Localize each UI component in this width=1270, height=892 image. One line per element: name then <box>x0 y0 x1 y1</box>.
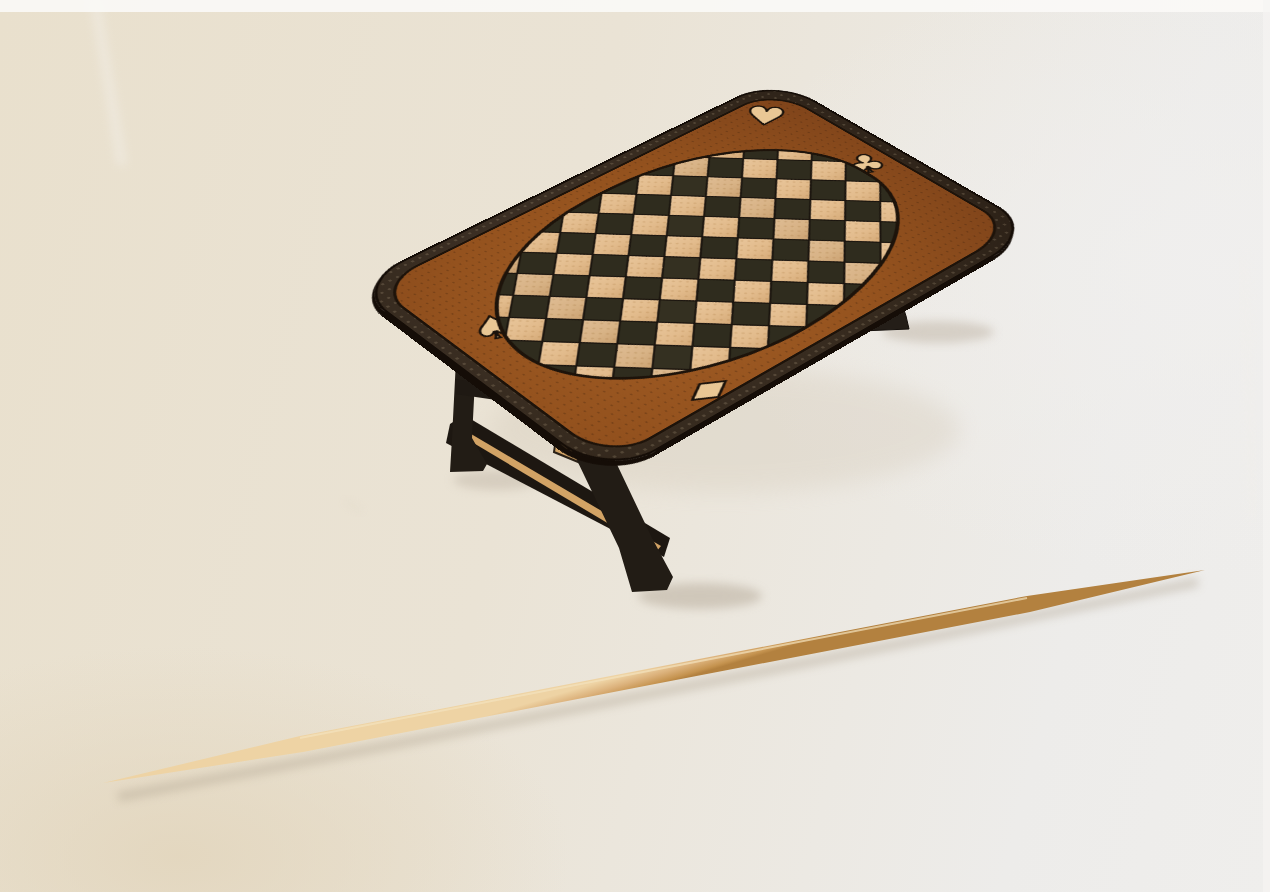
board-square <box>712 121 745 139</box>
board-square <box>699 258 735 279</box>
board-square <box>593 234 629 255</box>
board-square <box>574 366 613 390</box>
board-square <box>767 349 804 372</box>
board-square <box>734 281 770 303</box>
board-square <box>577 343 616 366</box>
toothpick-highlight <box>300 598 1027 738</box>
board-square <box>845 263 880 284</box>
board-square <box>441 272 480 294</box>
board-square <box>772 260 807 281</box>
board-square <box>490 210 527 230</box>
heart-suit-icon: ♥ <box>742 102 789 130</box>
board-square <box>618 321 656 344</box>
board-square <box>486 231 523 252</box>
board-square <box>916 223 950 243</box>
board-square <box>497 364 537 388</box>
board-square <box>813 124 845 142</box>
board-square <box>653 345 691 368</box>
board-square <box>915 183 949 203</box>
board-square <box>609 392 648 416</box>
board-square <box>778 141 811 160</box>
board-square <box>916 203 950 223</box>
board-square <box>676 138 710 157</box>
board-square <box>771 282 806 304</box>
board-square <box>881 285 916 307</box>
board-square <box>514 274 552 296</box>
board-square <box>663 257 699 278</box>
board-square <box>642 137 676 156</box>
board-square <box>731 325 768 348</box>
board-square <box>703 217 738 237</box>
board-square <box>810 220 844 240</box>
board-square <box>446 250 484 271</box>
board-square <box>529 192 565 212</box>
board-square <box>658 300 695 322</box>
board-square <box>741 178 775 197</box>
board-square <box>522 232 559 253</box>
board-square <box>656 323 693 346</box>
board-square <box>678 120 711 138</box>
photo-scene: ♥ ♣ ♠ ♦ <box>0 0 1270 892</box>
board-square <box>697 280 733 302</box>
board-square <box>881 243 915 264</box>
board-square <box>774 219 808 239</box>
board-square <box>543 319 582 342</box>
board-square <box>844 306 879 328</box>
toothpick-shadow <box>118 582 1198 797</box>
board-square <box>605 155 640 174</box>
board-square <box>732 303 768 325</box>
board-square <box>744 140 777 159</box>
board-square <box>551 275 589 297</box>
board-square <box>845 221 879 241</box>
board-square <box>612 368 651 392</box>
board-square <box>674 157 708 176</box>
board-square <box>637 175 672 194</box>
board-square <box>777 160 810 179</box>
board-square <box>665 236 701 257</box>
board-square <box>810 200 844 220</box>
board-square <box>806 327 842 350</box>
board-square <box>621 299 658 321</box>
board-square <box>846 201 879 221</box>
board-square <box>561 213 597 233</box>
board-square <box>581 320 619 343</box>
board-square <box>776 179 810 199</box>
board-square <box>615 344 653 367</box>
board-square <box>811 180 844 200</box>
board-square <box>881 202 915 222</box>
board-square <box>706 177 740 196</box>
board-square <box>639 156 673 175</box>
board-square <box>526 211 563 231</box>
board-square <box>518 253 555 274</box>
board-square <box>584 298 622 320</box>
board-square <box>738 218 773 238</box>
board-square <box>710 139 743 158</box>
board-square <box>632 215 668 235</box>
board-square <box>708 158 742 177</box>
board-square <box>431 315 471 338</box>
board-square <box>881 264 916 285</box>
board-square <box>845 242 879 263</box>
board-square <box>740 198 774 218</box>
board-square <box>436 293 475 315</box>
board-square <box>770 304 806 326</box>
board-square <box>535 365 575 389</box>
board-square <box>705 197 740 217</box>
board-square <box>564 193 600 213</box>
board-square <box>554 254 591 275</box>
board-square <box>627 256 663 277</box>
board-square <box>729 348 766 371</box>
board-square <box>602 174 637 193</box>
board-square <box>737 238 772 259</box>
board-square <box>660 278 697 300</box>
board-square <box>570 390 610 414</box>
board-square <box>881 182 914 202</box>
board-square <box>846 181 879 201</box>
board-square <box>743 159 776 178</box>
board-square <box>808 261 843 282</box>
board-square <box>917 244 952 265</box>
board-square <box>808 283 843 305</box>
board-square <box>691 347 729 370</box>
board-square <box>450 230 488 251</box>
board-square <box>812 161 845 180</box>
board-square <box>695 301 732 323</box>
board-square <box>629 235 665 256</box>
board-square <box>809 240 843 261</box>
board-square <box>693 324 730 347</box>
board-square <box>773 239 808 260</box>
board-square <box>701 237 736 258</box>
board-square <box>482 251 520 272</box>
board-square <box>558 233 595 254</box>
board-square <box>506 318 545 341</box>
board-square <box>599 194 635 214</box>
board-square <box>807 305 843 327</box>
board-square <box>624 277 661 299</box>
board-square <box>736 259 771 280</box>
board-square <box>587 276 624 298</box>
board-square <box>667 216 702 236</box>
board-square <box>881 222 915 242</box>
board-square <box>477 273 515 295</box>
board-square <box>596 214 632 234</box>
board-square <box>672 176 706 195</box>
board-square <box>539 342 578 365</box>
board-square <box>510 296 548 318</box>
board-square <box>670 196 705 216</box>
board-square <box>775 199 809 219</box>
board-square <box>531 389 571 413</box>
board-square <box>634 195 669 215</box>
board-square <box>568 173 603 192</box>
board-square <box>769 326 805 349</box>
board-square <box>547 297 585 319</box>
board-square <box>845 284 880 306</box>
board-square <box>917 265 952 286</box>
board-square <box>812 142 845 161</box>
board-square <box>590 255 627 276</box>
